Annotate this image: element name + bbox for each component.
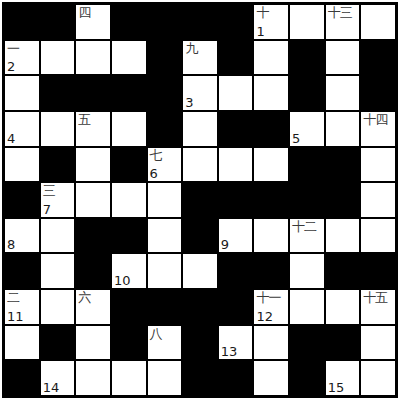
open-cell-r9c6[interactable]: 13 <box>219 326 253 360</box>
arabic-clue-number: 6 <box>150 167 158 181</box>
blocked-cell-r0c4 <box>148 5 182 39</box>
open-cell-r3c10[interactable]: 十四 <box>361 112 395 146</box>
open-cell-r3c9[interactable] <box>326 112 360 146</box>
open-cell-r8c0[interactable]: 二11 <box>5 290 39 324</box>
open-cell-r9c0[interactable] <box>5 326 39 360</box>
open-cell-r6c10[interactable] <box>361 219 395 253</box>
blocked-cell-r6c5 <box>183 219 217 253</box>
blocked-cell-r5c9 <box>326 183 360 217</box>
blocked-cell-r7c7 <box>254 254 288 288</box>
blocked-cell-r10c5 <box>183 361 217 395</box>
crossword-board-wrapper: 四十1十三一2九34五5十四七6三789十二10二11六十一12十五八13141… <box>0 0 400 400</box>
kanji-clue-number: 三 <box>43 183 55 198</box>
open-cell-r10c1[interactable]: 14 <box>41 361 75 395</box>
open-cell-r6c0[interactable]: 8 <box>5 219 39 253</box>
blocked-cell-r7c6 <box>219 254 253 288</box>
open-cell-r5c4[interactable] <box>148 183 182 217</box>
open-cell-r1c5[interactable]: 九 <box>183 41 217 75</box>
open-cell-r1c9[interactable] <box>326 41 360 75</box>
blocked-cell-r1c6 <box>219 41 253 75</box>
arabic-clue-number: 8 <box>7 238 15 252</box>
blocked-cell-r7c9 <box>326 254 360 288</box>
arabic-clue-number: 10 <box>114 274 131 288</box>
blocked-cell-r8c3 <box>112 290 146 324</box>
blocked-cell-r4c1 <box>41 148 75 182</box>
blocked-cell-r2c3 <box>112 76 146 110</box>
arabic-clue-number: 5 <box>292 132 300 146</box>
open-cell-r3c5[interactable] <box>183 112 217 146</box>
open-cell-r4c2[interactable] <box>76 148 110 182</box>
blocked-cell-r4c3 <box>112 148 146 182</box>
arabic-clue-number: 9 <box>221 238 229 252</box>
blocked-cell-r2c4 <box>148 76 182 110</box>
blocked-cell-r2c2 <box>76 76 110 110</box>
blocked-cell-r5c8 <box>290 183 324 217</box>
open-cell-r7c4[interactable] <box>148 254 182 288</box>
arabic-clue-number: 4 <box>7 132 15 146</box>
arabic-clue-number: 13 <box>221 345 238 359</box>
open-cell-r2c7[interactable] <box>254 76 288 110</box>
kanji-clue-number: 十二 <box>292 219 316 234</box>
blocked-cell-r1c4 <box>148 41 182 75</box>
open-cell-r6c9[interactable] <box>326 219 360 253</box>
open-cell-r8c7[interactable]: 十一12 <box>254 290 288 324</box>
blocked-cell-r9c8 <box>290 326 324 360</box>
blocked-cell-r6c2 <box>76 219 110 253</box>
open-cell-r2c5[interactable]: 3 <box>183 76 217 110</box>
blocked-cell-r7c2 <box>76 254 110 288</box>
kanji-clue-number: 八 <box>150 326 162 341</box>
open-cell-r2c9[interactable] <box>326 76 360 110</box>
open-cell-r3c0[interactable]: 4 <box>5 112 39 146</box>
open-cell-r3c1[interactable] <box>41 112 75 146</box>
open-cell-r1c7[interactable] <box>254 41 288 75</box>
blocked-cell-r5c7 <box>254 183 288 217</box>
blocked-cell-r2c8 <box>290 76 324 110</box>
blocked-cell-r10c8 <box>290 361 324 395</box>
kanji-clue-number: 十 <box>256 5 268 20</box>
open-cell-r4c7[interactable] <box>254 148 288 182</box>
open-cell-r3c3[interactable] <box>112 112 146 146</box>
arabic-clue-number: 1 <box>256 25 264 39</box>
blocked-cell-r0c6 <box>219 5 253 39</box>
open-cell-r9c7[interactable] <box>254 326 288 360</box>
open-cell-r8c9[interactable] <box>326 290 360 324</box>
open-cell-r5c2[interactable] <box>76 183 110 217</box>
kanji-clue-number: 一 <box>7 41 19 56</box>
blocked-cell-r3c7 <box>254 112 288 146</box>
kanji-clue-number: 十三 <box>328 5 352 20</box>
blocked-cell-r9c9 <box>326 326 360 360</box>
open-cell-r8c10[interactable]: 十五 <box>361 290 395 324</box>
open-cell-r5c10[interactable] <box>361 183 395 217</box>
blocked-cell-r6c3 <box>112 219 146 253</box>
kanji-clue-number: 五 <box>78 112 90 127</box>
open-cell-r4c6[interactable] <box>219 148 253 182</box>
open-cell-r7c5[interactable] <box>183 254 217 288</box>
blocked-cell-r2c1 <box>41 76 75 110</box>
open-cell-r1c2[interactable] <box>76 41 110 75</box>
arabic-clue-number: 15 <box>328 381 345 395</box>
blocked-cell-r8c6 <box>219 290 253 324</box>
kanji-clue-number: 十一 <box>256 290 280 305</box>
blocked-cell-r5c6 <box>219 183 253 217</box>
open-cell-r5c1[interactable]: 三7 <box>41 183 75 217</box>
kanji-clue-number: 七 <box>150 148 162 163</box>
open-cell-r10c7[interactable] <box>254 361 288 395</box>
blocked-cell-r8c4 <box>148 290 182 324</box>
open-cell-r9c2[interactable] <box>76 326 110 360</box>
blocked-cell-r5c5 <box>183 183 217 217</box>
blocked-cell-r3c4 <box>148 112 182 146</box>
open-cell-r10c9[interactable]: 15 <box>326 361 360 395</box>
open-cell-r7c1[interactable] <box>41 254 75 288</box>
open-cell-r5c3[interactable] <box>112 183 146 217</box>
open-cell-r4c0[interactable] <box>5 148 39 182</box>
blocked-cell-r0c1 <box>41 5 75 39</box>
open-cell-r6c8[interactable]: 十二 <box>290 219 324 253</box>
open-cell-r2c6[interactable] <box>219 76 253 110</box>
arabic-clue-number: 11 <box>7 310 24 324</box>
open-cell-r4c10[interactable] <box>361 148 395 182</box>
open-cell-r10c4[interactable] <box>148 361 182 395</box>
blocked-cell-r1c8 <box>290 41 324 75</box>
blocked-cell-r8c5 <box>183 290 217 324</box>
blocked-cell-r10c6 <box>219 361 253 395</box>
blocked-cell-r9c1 <box>41 326 75 360</box>
open-cell-r6c4[interactable] <box>148 219 182 253</box>
kanji-clue-number: 二 <box>7 290 19 305</box>
open-cell-r0c2[interactable]: 四 <box>76 5 110 39</box>
blocked-cell-r1c10 <box>361 41 395 75</box>
open-cell-r7c3[interactable]: 10 <box>112 254 146 288</box>
open-cell-r2c0[interactable] <box>5 76 39 110</box>
open-cell-r0c7[interactable]: 十1 <box>254 5 288 39</box>
open-cell-r1c1[interactable] <box>41 41 75 75</box>
blocked-cell-r3c6 <box>219 112 253 146</box>
open-cell-r9c10[interactable] <box>361 326 395 360</box>
open-cell-r7c8[interactable] <box>290 254 324 288</box>
blocked-cell-r2c10 <box>361 76 395 110</box>
blocked-cell-r4c8 <box>290 148 324 182</box>
blocked-cell-r0c0 <box>5 5 39 39</box>
open-cell-r3c8[interactable]: 5 <box>290 112 324 146</box>
arabic-clue-number: 2 <box>7 60 15 74</box>
arabic-clue-number: 14 <box>43 381 60 395</box>
blocked-cell-r5c0 <box>5 183 39 217</box>
open-cell-r8c8[interactable] <box>290 290 324 324</box>
open-cell-r10c10[interactable] <box>361 361 395 395</box>
open-cell-r8c1[interactable] <box>41 290 75 324</box>
blocked-cell-r7c0 <box>5 254 39 288</box>
crossword-grid: 四十1十三一2九34五5十四七6三789十二10二11六十一12十五八13141… <box>2 2 398 398</box>
open-cell-r10c3[interactable] <box>112 361 146 395</box>
kanji-clue-number: 十四 <box>363 112 387 127</box>
open-cell-r0c10[interactable] <box>361 5 395 39</box>
open-cell-r6c7[interactable] <box>254 219 288 253</box>
open-cell-r1c0[interactable]: 一2 <box>5 41 39 75</box>
open-cell-r6c1[interactable] <box>41 219 75 253</box>
kanji-clue-number: 四 <box>78 5 90 20</box>
open-cell-r6c6[interactable]: 9 <box>219 219 253 253</box>
blocked-cell-r10c0 <box>5 361 39 395</box>
blocked-cell-r9c3 <box>112 326 146 360</box>
blocked-cell-r9c5 <box>183 326 217 360</box>
arabic-clue-number: 3 <box>185 96 193 110</box>
blocked-cell-r7c10 <box>361 254 395 288</box>
open-cell-r0c9[interactable]: 十三 <box>326 5 360 39</box>
arabic-clue-number: 7 <box>43 203 51 217</box>
open-cell-r8c2[interactable]: 六 <box>76 290 110 324</box>
blocked-cell-r4c9 <box>326 148 360 182</box>
arabic-clue-number: 12 <box>256 310 273 324</box>
open-cell-r3c2[interactable]: 五 <box>76 112 110 146</box>
kanji-clue-number: 十五 <box>363 290 387 305</box>
open-cell-r4c4[interactable]: 七6 <box>148 148 182 182</box>
open-cell-r1c3[interactable] <box>112 41 146 75</box>
open-cell-r9c4[interactable]: 八 <box>148 326 182 360</box>
open-cell-r4c5[interactable] <box>183 148 217 182</box>
open-cell-r0c8[interactable] <box>290 5 324 39</box>
kanji-clue-number: 六 <box>78 290 90 305</box>
kanji-clue-number: 九 <box>185 41 197 56</box>
open-cell-r10c2[interactable] <box>76 361 110 395</box>
blocked-cell-r0c5 <box>183 5 217 39</box>
blocked-cell-r0c3 <box>112 5 146 39</box>
